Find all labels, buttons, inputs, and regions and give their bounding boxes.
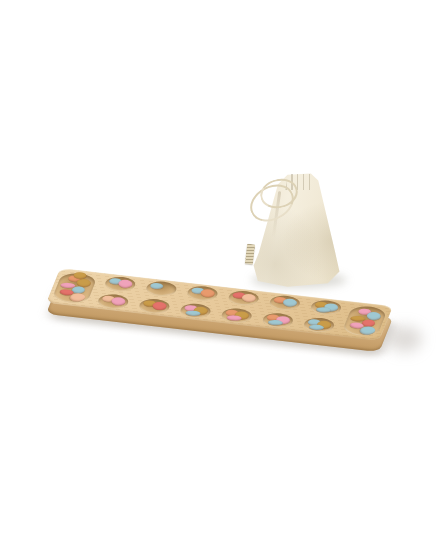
pit-top-3[interactable] bbox=[185, 285, 220, 302]
stone-blue bbox=[308, 324, 324, 330]
product-photo-scene bbox=[0, 0, 439, 550]
bag-fabric-label bbox=[245, 244, 255, 265]
stone-coral bbox=[152, 302, 167, 310]
stone-blue bbox=[315, 307, 331, 313]
pit-bottom-2[interactable] bbox=[137, 298, 172, 315]
store-left[interactable] bbox=[51, 272, 98, 305]
stone-blue bbox=[283, 298, 298, 306]
pit-bottom-3[interactable] bbox=[178, 302, 213, 319]
stone-blue bbox=[185, 310, 201, 316]
stone-blue bbox=[267, 319, 283, 325]
stone-blue bbox=[149, 282, 164, 289]
pit-top-5[interactable] bbox=[267, 294, 302, 311]
store-right[interactable] bbox=[341, 305, 388, 338]
stone-peach bbox=[242, 294, 257, 302]
pit-bottom-1[interactable] bbox=[96, 293, 131, 310]
stone-pink bbox=[226, 315, 242, 321]
stone-orange bbox=[200, 289, 215, 297]
board-shadow bbox=[388, 326, 422, 352]
pit-top-1[interactable] bbox=[103, 275, 138, 292]
pit-bottom-5[interactable] bbox=[260, 312, 295, 329]
pit-top-4[interactable] bbox=[226, 290, 261, 307]
pit-top-2[interactable] bbox=[144, 280, 179, 297]
pit-bottom-4[interactable] bbox=[219, 307, 254, 324]
stone-pink bbox=[111, 297, 126, 305]
stone-pink bbox=[118, 280, 133, 288]
pit-top-6[interactable] bbox=[309, 299, 344, 316]
drawstring-bag bbox=[243, 170, 349, 288]
pit-bottom-6[interactable] bbox=[302, 316, 337, 333]
